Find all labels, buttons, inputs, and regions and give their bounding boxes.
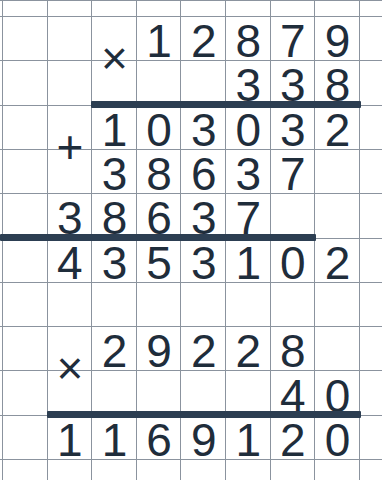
digit-cell-r9c7: 0 (315, 418, 360, 462)
digit-cell-r7c3: 9 (137, 329, 182, 373)
sum-rule-2 (47, 411, 361, 418)
digit-cell-r0c6: 7 (271, 19, 316, 63)
digit-cell-r5c7: 2 (315, 240, 360, 284)
digit-cell-r9c4: 9 (181, 418, 226, 462)
digit-cell-r2c7: 2 (315, 108, 360, 152)
digit-cell-r9c1: 1 (48, 418, 93, 462)
digit-cell-r2c6: 3 (271, 108, 316, 152)
digit-cell-r3c5: 3 (226, 152, 271, 196)
digit-cell-r5c5: 1 (226, 240, 271, 284)
squared-paper-worksheet: 1287933810303238637386374353102292284011… (0, 0, 382, 480)
digit-cell-r0c3: 1 (137, 19, 182, 63)
digit-cell-r9c6: 2 (271, 418, 316, 462)
digit-cell-r9c3: 6 (137, 418, 182, 462)
digit-cell-r3c6: 7 (271, 152, 316, 196)
sum-rule-1 (0, 234, 316, 241)
digit-cell-r9c5: 1 (226, 418, 271, 462)
multiply-sign-2: × (48, 324, 93, 413)
digit-cell-r5c1: 4 (48, 240, 93, 284)
digit-cell-r2c4: 3 (181, 108, 226, 152)
digit-cell-r9c2: 1 (92, 418, 137, 462)
digit-cell-r0c5: 8 (226, 19, 271, 63)
digit-cell-r2c3: 0 (137, 108, 182, 152)
digit-cell-r3c4: 6 (181, 152, 226, 196)
digit-cell-r7c6: 8 (271, 329, 316, 373)
digit-cell-r0c7: 9 (315, 19, 360, 63)
digit-cell-r7c2: 2 (92, 329, 137, 373)
digit-cell-r7c4: 2 (181, 329, 226, 373)
digit-cell-r2c2: 1 (92, 108, 137, 152)
digit-cell-r7c5: 2 (226, 329, 271, 373)
digit-cell-r5c2: 3 (92, 240, 137, 284)
digit-cell-r0c4: 2 (181, 19, 226, 63)
digit-cell-r2c5: 0 (226, 108, 271, 152)
sum-rule-0 (91, 101, 361, 108)
digit-cell-r5c6: 0 (271, 240, 316, 284)
plus-sign-1: + (48, 103, 93, 192)
digit-cell-r3c2: 3 (92, 152, 137, 196)
digit-cell-r5c4: 3 (181, 240, 226, 284)
digit-cell-r3c3: 8 (137, 152, 182, 196)
multiply-sign-0: × (92, 14, 137, 103)
digit-cell-r5c3: 5 (137, 240, 182, 284)
